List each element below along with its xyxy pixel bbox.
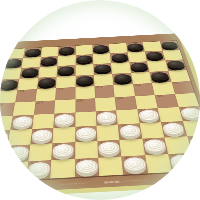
black-checker-piece[interactable]: ⛂ [5,59,22,67]
white-checker-glyph: ⛀ [170,156,171,157]
light-square [8,129,32,146]
dark-square[interactable]: 22 [55,87,75,100]
photo-circle-crop: 1⛂2⛂3⛂4⛂5⛂6⛂7⛂8⛂9⛂10⛂11⛂12⛂13⛂14⛂15⛂16⛂1… [0,0,200,200]
dark-square[interactable]: 29 [115,96,137,110]
black-checker-piece[interactable]: ⛂ [127,43,144,50]
board-footer-text-left: ··········· [59,181,85,186]
light-square [50,159,75,179]
light-square [28,143,52,161]
white-checker-piece[interactable]: ⛀ [53,144,74,157]
white-checker-piece[interactable]: ⛀ [76,159,98,173]
white-checker-piece[interactable]: ⛀ [12,116,33,127]
white-checker-glyph: ⛀ [98,142,99,143]
draughts-board: 1⛂2⛂3⛂4⛂5⛂6⛂7⛂8⛂9⛂10⛂11⛂12⛂13⛂14⛂15⛂16⛂1… [0,33,200,199]
square-number: 29 [117,97,124,100]
black-checker-piece[interactable]: ⛂ [151,72,170,81]
black-checker-piece[interactable]: ⛂ [21,68,39,77]
dark-square[interactable]: 45⛀ [187,135,200,153]
dark-square[interactable]: 32⛀ [54,113,76,128]
square-number: 28 [77,99,83,102]
white-checker-glyph: ⛀ [76,160,77,161]
photo-stage: 1⛂2⛂3⛂4⛂5⛂6⛂7⛂8⛂9⛂10⛂11⛂12⛂13⛂14⛂15⛂16⛂1… [0,0,200,200]
white-checker-glyph: ⛀ [143,140,144,141]
square-number: 22 [57,88,63,91]
white-checker-piece[interactable]: ⛀ [162,123,185,135]
white-checker-glyph: ⛀ [53,145,54,146]
black-checker-piece[interactable]: ⛂ [59,47,75,55]
dark-square[interactable]: 48⛀ [75,158,99,178]
dark-square[interactable]: 49⛀ [122,155,148,174]
dark-square[interactable]: 37⛀ [30,128,53,145]
white-checker-piece[interactable]: ⛀ [98,141,120,154]
black-checker-piece[interactable]: ⛂ [58,66,75,74]
white-checker-glyph: ⛀ [123,158,124,159]
light-square [75,86,95,99]
black-checker-piece[interactable]: ⛂ [130,62,148,70]
light-square [95,97,116,111]
white-checker-piece[interactable]: ⛀ [76,127,96,139]
white-checker-piece[interactable]: ⛀ [32,129,53,141]
white-checker-piece[interactable]: ⛀ [6,146,28,159]
black-checker-piece[interactable]: ⛂ [166,60,185,68]
black-checker-piece[interactable]: ⛂ [146,51,164,59]
white-checker-glyph: ⛀ [33,130,34,131]
dark-square[interactable]: 43⛀ [97,140,121,158]
dark-square[interactable]: 42⛀ [51,142,74,160]
white-checker-piece[interactable]: ⛀ [119,125,140,137]
square-number: 27 [37,101,44,104]
white-checker-piece[interactable]: ⛀ [138,109,159,120]
dark-square[interactable]: 27 [34,100,56,114]
light-square [32,114,54,129]
white-checker-glyph: ⛀ [188,138,189,139]
light-square [13,101,35,115]
square-number: 24 [134,84,140,87]
black-checker-piece[interactable]: ⛂ [94,64,111,72]
white-checker-glyph: ⛀ [119,126,120,127]
dark-square[interactable]: 50⛀ [168,153,197,172]
dark-square[interactable]: 28 [75,98,96,112]
light-square [0,146,8,164]
light-square [120,139,145,157]
black-checker-piece[interactable]: ⛂ [161,41,179,48]
dark-square[interactable]: 33⛀ [96,110,118,125]
black-checker-piece[interactable]: ⛂ [76,55,92,63]
light-square [1,161,28,181]
dark-square[interactable]: 47⛀ [26,160,52,180]
white-checker-piece[interactable]: ⛀ [55,114,74,125]
dark-square[interactable]: 41⛀ [5,145,30,163]
black-checker-piece[interactable]: ⛂ [111,53,128,61]
white-checker-glyph: ⛀ [76,128,77,129]
white-checker-piece[interactable]: ⛀ [170,154,195,168]
square-number: 23 [96,86,102,89]
light-square [53,127,75,144]
black-checker-piece[interactable]: ⛂ [113,74,131,83]
dark-square[interactable]: 38⛀ [75,126,97,143]
light-square [97,124,120,141]
black-checker-piece[interactable]: ⛂ [25,48,41,56]
square-number: 30 [156,95,163,98]
black-checker-piece[interactable]: ⛂ [41,57,58,65]
white-checker-piece[interactable]: ⛀ [0,164,3,178]
white-checker-glyph: ⛀ [8,147,9,148]
dark-square[interactable]: 31⛀ [11,115,34,130]
light-square [35,88,56,101]
black-checker-piece[interactable]: ⛂ [93,45,109,52]
black-checker-piece[interactable]: ⛂ [38,78,56,87]
light-square [175,93,199,107]
light-square [75,141,98,159]
dark-square[interactable]: 23 [94,85,115,98]
light-square [192,152,200,171]
dark-square[interactable]: 39⛀ [118,123,142,139]
dark-square[interactable]: 25 [171,81,194,94]
light-square [98,156,123,175]
dark-square[interactable]: 35⛀ [178,106,200,121]
light-square [116,109,139,124]
square-number: 21 [19,90,25,93]
board-footer-text-right: www.··········· [104,178,148,184]
white-checker-piece[interactable]: ⛀ [123,157,146,171]
square-number: 26 [0,103,3,106]
light-square [54,99,75,113]
white-checker-piece[interactable]: ⛀ [0,132,9,144]
board-grid: 1⛂2⛂3⛂4⛂5⛂6⛂7⛂8⛂9⛂10⛂11⛂12⛂13⛂14⛂15⛂16⛂1… [0,40,200,182]
white-checker-piece[interactable]: ⛀ [97,112,117,123]
black-checker-piece[interactable]: ⛂ [76,76,93,85]
light-square [75,111,96,126]
dark-square[interactable]: 46⛀ [0,163,5,183]
white-checker-piece[interactable]: ⛀ [27,162,50,176]
black-checker-piece[interactable]: ⛂ [0,80,19,89]
square-number: 25 [173,82,180,85]
white-checker-piece[interactable]: ⛀ [143,139,166,152]
white-checker-piece[interactable]: ⛀ [180,107,200,118]
white-checker-glyph: ⛀ [29,163,30,164]
light-square [114,84,135,97]
